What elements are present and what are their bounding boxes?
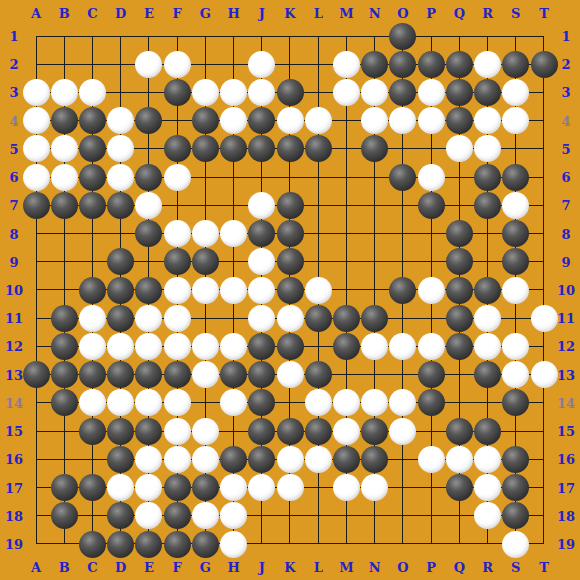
stone-white[interactable]: [220, 107, 247, 134]
stone-white[interactable]: [333, 51, 360, 78]
column-label: P: [426, 6, 436, 21]
column-label: F: [172, 6, 181, 21]
stone-black[interactable]: [446, 474, 473, 501]
row-label: 4: [561, 113, 570, 128]
row-label: 15: [557, 424, 575, 439]
stone-black[interactable]: [361, 51, 388, 78]
stones-grid[interactable]: [22, 22, 558, 558]
column-label: R: [482, 6, 493, 21]
stone-black[interactable]: [248, 446, 275, 473]
row-label: 17: [5, 480, 23, 495]
stone-black[interactable]: [361, 446, 388, 473]
stone-black[interactable]: [220, 135, 247, 162]
row-label: 12: [557, 339, 575, 354]
stone-white[interactable]: [361, 389, 388, 416]
stone-white[interactable]: [164, 277, 191, 304]
column-label: M: [339, 6, 353, 21]
stone-white[interactable]: [474, 333, 501, 360]
stone-black[interactable]: [135, 531, 162, 558]
stone-black[interactable]: [79, 361, 106, 388]
stone-black[interactable]: [51, 474, 78, 501]
stone-black[interactable]: [79, 418, 106, 445]
stone-white[interactable]: [502, 361, 529, 388]
stone-black[interactable]: [164, 135, 191, 162]
stone-black[interactable]: [277, 418, 304, 445]
column-label: G: [200, 6, 211, 21]
column-label: E: [144, 560, 154, 575]
stone-white[interactable]: [305, 107, 332, 134]
stone-white[interactable]: [23, 135, 50, 162]
stone-black[interactable]: [248, 333, 275, 360]
stone-white[interactable]: [164, 389, 191, 416]
row-label: 8: [9, 226, 18, 241]
stone-white[interactable]: [79, 333, 106, 360]
stone-white[interactable]: [277, 361, 304, 388]
stone-black[interactable]: [107, 502, 134, 529]
row-label: 3: [9, 85, 18, 100]
stone-black[interactable]: [51, 361, 78, 388]
column-label: F: [172, 560, 181, 575]
stone-white[interactable]: [361, 474, 388, 501]
stone-black[interactable]: [502, 248, 529, 275]
stone-black[interactable]: [192, 107, 219, 134]
stone-black[interactable]: [220, 361, 247, 388]
stone-black[interactable]: [305, 135, 332, 162]
stone-black[interactable]: [305, 361, 332, 388]
stone-black[interactable]: [446, 79, 473, 106]
stone-white[interactable]: [164, 305, 191, 332]
stone-black[interactable]: [51, 333, 78, 360]
row-label: 8: [561, 226, 570, 241]
stone-white[interactable]: [333, 79, 360, 106]
stone-black[interactable]: [305, 418, 332, 445]
column-label: O: [397, 560, 408, 575]
stone-white[interactable]: [333, 474, 360, 501]
stone-black[interactable]: [192, 474, 219, 501]
stone-black[interactable]: [474, 361, 501, 388]
stone-white[interactable]: [220, 333, 247, 360]
stone-white[interactable]: [164, 333, 191, 360]
stone-white[interactable]: [220, 220, 247, 247]
column-label: C: [87, 560, 97, 575]
column-label: Q: [454, 560, 465, 575]
stone-white[interactable]: [135, 333, 162, 360]
column-label: G: [200, 560, 211, 575]
stone-black[interactable]: [135, 220, 162, 247]
column-label: Q: [454, 6, 465, 21]
row-label: 5: [561, 141, 570, 156]
stone-black[interactable]: [277, 220, 304, 247]
stone-white[interactable]: [135, 502, 162, 529]
row-label: 6: [9, 170, 18, 185]
row-label: 7: [561, 198, 570, 213]
stone-white[interactable]: [135, 389, 162, 416]
stone-black[interactable]: [418, 192, 445, 219]
stone-white[interactable]: [135, 474, 162, 501]
column-label: K: [284, 560, 295, 575]
stone-white[interactable]: [502, 79, 529, 106]
stone-black[interactable]: [333, 333, 360, 360]
row-label: 2: [561, 57, 570, 72]
stone-white[interactable]: [192, 220, 219, 247]
stone-black[interactable]: [277, 192, 304, 219]
stone-white[interactable]: [305, 446, 332, 473]
stone-white[interactable]: [305, 277, 332, 304]
row-label: 16: [5, 452, 23, 467]
stone-black[interactable]: [51, 107, 78, 134]
stone-white[interactable]: [418, 333, 445, 360]
column-label: A: [31, 560, 41, 575]
stone-black[interactable]: [502, 446, 529, 473]
stone-white[interactable]: [220, 277, 247, 304]
column-label: D: [115, 560, 126, 575]
row-label: 14: [5, 395, 23, 410]
stone-black[interactable]: [23, 361, 50, 388]
stone-black[interactable]: [474, 164, 501, 191]
row-label: 17: [557, 480, 575, 495]
stone-white[interactable]: [23, 79, 50, 106]
stone-black[interactable]: [248, 135, 275, 162]
stone-white[interactable]: [531, 305, 558, 332]
stone-white[interactable]: [361, 79, 388, 106]
stone-black[interactable]: [446, 107, 473, 134]
column-label: A: [31, 6, 41, 21]
row-label: 1: [9, 29, 18, 44]
column-label: O: [397, 6, 408, 21]
stone-black[interactable]: [474, 418, 501, 445]
stone-black[interactable]: [192, 135, 219, 162]
stone-white[interactable]: [107, 135, 134, 162]
stone-white[interactable]: [277, 474, 304, 501]
stone-black[interactable]: [531, 51, 558, 78]
stone-black[interactable]: [474, 277, 501, 304]
stone-black[interactable]: [446, 333, 473, 360]
stone-white[interactable]: [418, 79, 445, 106]
column-label: S: [511, 6, 520, 21]
stone-black[interactable]: [446, 305, 473, 332]
stone-white[interactable]: [220, 389, 247, 416]
row-label: 9: [561, 254, 570, 269]
stone-black[interactable]: [502, 474, 529, 501]
stone-white[interactable]: [474, 502, 501, 529]
stone-black[interactable]: [51, 389, 78, 416]
row-label: 2: [9, 57, 18, 72]
column-label: H: [227, 6, 239, 21]
stone-black[interactable]: [389, 277, 416, 304]
stone-black[interactable]: [164, 502, 191, 529]
stone-black[interactable]: [361, 135, 388, 162]
stone-black[interactable]: [107, 531, 134, 558]
stone-black[interactable]: [474, 192, 501, 219]
row-label: 13: [557, 367, 575, 382]
stone-white[interactable]: [474, 446, 501, 473]
stone-black[interactable]: [248, 418, 275, 445]
stone-black[interactable]: [79, 474, 106, 501]
stone-black[interactable]: [192, 531, 219, 558]
stone-black[interactable]: [418, 361, 445, 388]
stone-white[interactable]: [502, 277, 529, 304]
stone-white[interactable]: [502, 531, 529, 558]
stone-black[interactable]: [79, 107, 106, 134]
stone-black[interactable]: [135, 107, 162, 134]
column-label: T: [539, 560, 549, 575]
stone-black[interactable]: [164, 361, 191, 388]
stone-white[interactable]: [135, 51, 162, 78]
stone-white[interactable]: [23, 164, 50, 191]
stone-black[interactable]: [79, 277, 106, 304]
stone-black[interactable]: [389, 164, 416, 191]
column-label: K: [284, 6, 295, 21]
stone-white[interactable]: [164, 164, 191, 191]
column-label: S: [511, 560, 520, 575]
stone-black[interactable]: [277, 333, 304, 360]
stone-white[interactable]: [220, 474, 247, 501]
stone-black[interactable]: [107, 446, 134, 473]
stone-black[interactable]: [164, 474, 191, 501]
stone-black[interactable]: [51, 192, 78, 219]
stone-black[interactable]: [389, 23, 416, 50]
row-label: 12: [5, 339, 23, 354]
row-label: 18: [5, 508, 23, 523]
stone-white[interactable]: [474, 51, 501, 78]
stone-white[interactable]: [277, 107, 304, 134]
stone-white[interactable]: [51, 164, 78, 191]
stone-black[interactable]: [502, 389, 529, 416]
stone-white[interactable]: [389, 333, 416, 360]
stone-white[interactable]: [305, 389, 332, 416]
stone-white[interactable]: [446, 135, 473, 162]
stone-black[interactable]: [502, 502, 529, 529]
stone-white[interactable]: [192, 418, 219, 445]
stone-black[interactable]: [79, 135, 106, 162]
stone-white[interactable]: [107, 164, 134, 191]
stone-black[interactable]: [502, 164, 529, 191]
stone-white[interactable]: [389, 418, 416, 445]
stone-white[interactable]: [192, 79, 219, 106]
stone-black[interactable]: [361, 305, 388, 332]
column-label: B: [59, 560, 70, 575]
stone-white[interactable]: [79, 79, 106, 106]
row-label: 16: [557, 452, 575, 467]
row-label: 5: [9, 141, 18, 156]
stone-white[interactable]: [192, 277, 219, 304]
row-label: 13: [5, 367, 23, 382]
column-label: N: [369, 6, 381, 21]
stone-black[interactable]: [502, 51, 529, 78]
stone-black[interactable]: [333, 305, 360, 332]
column-label: P: [426, 560, 436, 575]
stone-white[interactable]: [248, 277, 275, 304]
stone-black[interactable]: [135, 418, 162, 445]
stone-black[interactable]: [305, 305, 332, 332]
stone-black[interactable]: [51, 305, 78, 332]
stone-white[interactable]: [192, 446, 219, 473]
stone-black[interactable]: [446, 51, 473, 78]
row-label: 7: [9, 198, 18, 213]
stone-black[interactable]: [23, 192, 50, 219]
stone-white[interactable]: [107, 474, 134, 501]
stone-black[interactable]: [277, 277, 304, 304]
row-label: 1: [561, 29, 570, 44]
stone-black[interactable]: [446, 418, 473, 445]
row-label: 18: [557, 508, 575, 523]
stone-black[interactable]: [220, 446, 247, 473]
stone-white[interactable]: [51, 79, 78, 106]
stone-black[interactable]: [418, 389, 445, 416]
stone-black[interactable]: [418, 51, 445, 78]
column-label: E: [144, 6, 154, 21]
stone-white[interactable]: [502, 192, 529, 219]
stone-white[interactable]: [107, 107, 134, 134]
stone-white[interactable]: [502, 107, 529, 134]
stone-white[interactable]: [192, 333, 219, 360]
stone-white[interactable]: [164, 446, 191, 473]
stone-black[interactable]: [107, 361, 134, 388]
stone-white[interactable]: [220, 531, 247, 558]
stone-black[interactable]: [446, 220, 473, 247]
stone-white[interactable]: [248, 305, 275, 332]
stone-black[interactable]: [333, 446, 360, 473]
stone-black[interactable]: [248, 361, 275, 388]
column-label: D: [115, 6, 126, 21]
stone-white[interactable]: [192, 361, 219, 388]
column-label: H: [227, 560, 239, 575]
stone-black[interactable]: [192, 248, 219, 275]
stone-white[interactable]: [474, 305, 501, 332]
stone-black[interactable]: [79, 192, 106, 219]
stone-white[interactable]: [135, 305, 162, 332]
stone-black[interactable]: [446, 277, 473, 304]
stone-black[interactable]: [107, 277, 134, 304]
stone-white[interactable]: [418, 164, 445, 191]
row-label: 10: [5, 282, 23, 297]
column-label: J: [259, 6, 265, 21]
stone-white[interactable]: [502, 333, 529, 360]
stone-black[interactable]: [135, 277, 162, 304]
stone-black[interactable]: [79, 531, 106, 558]
stone-white[interactable]: [361, 107, 388, 134]
stone-white[interactable]: [164, 220, 191, 247]
stone-white[interactable]: [277, 305, 304, 332]
column-label: L: [314, 560, 323, 575]
stone-black[interactable]: [164, 248, 191, 275]
stone-black[interactable]: [107, 418, 134, 445]
stone-white[interactable]: [474, 135, 501, 162]
stone-black[interactable]: [248, 107, 275, 134]
row-label: 11: [557, 311, 575, 326]
stone-white[interactable]: [79, 305, 106, 332]
stone-black[interactable]: [51, 502, 78, 529]
stone-white[interactable]: [164, 51, 191, 78]
stone-white[interactable]: [446, 446, 473, 473]
column-label: N: [369, 560, 381, 575]
stone-white[interactable]: [220, 79, 247, 106]
stone-white[interactable]: [23, 107, 50, 134]
stone-white[interactable]: [277, 446, 304, 473]
stone-white[interactable]: [333, 389, 360, 416]
stone-white[interactable]: [418, 107, 445, 134]
stone-white[interactable]: [418, 277, 445, 304]
column-label: C: [87, 6, 97, 21]
row-label: 10: [557, 282, 575, 297]
row-label: 4: [9, 113, 18, 128]
stone-white[interactable]: [389, 107, 416, 134]
stone-black[interactable]: [135, 164, 162, 191]
stone-black[interactable]: [361, 418, 388, 445]
stone-white[interactable]: [51, 135, 78, 162]
stone-black[interactable]: [474, 79, 501, 106]
stone-white[interactable]: [418, 446, 445, 473]
stone-black[interactable]: [277, 248, 304, 275]
column-label: J: [259, 560, 265, 575]
stone-black[interactable]: [389, 79, 416, 106]
stone-white[interactable]: [107, 333, 134, 360]
stone-black[interactable]: [79, 164, 106, 191]
stone-white[interactable]: [164, 418, 191, 445]
stone-white[interactable]: [135, 192, 162, 219]
column-label: L: [314, 6, 323, 21]
row-label: 11: [5, 311, 23, 326]
stone-black[interactable]: [107, 305, 134, 332]
row-label: 3: [561, 85, 570, 100]
stone-black[interactable]: [107, 248, 134, 275]
stone-black[interactable]: [248, 389, 275, 416]
stone-black[interactable]: [248, 220, 275, 247]
go-board[interactable]: ABCDEFGHJKLMNOPQRST ABCDEFGHJKLMNOPQRST …: [0, 0, 580, 580]
column-label: B: [59, 6, 70, 21]
stone-black[interactable]: [135, 361, 162, 388]
stone-black[interactable]: [389, 51, 416, 78]
column-label: M: [339, 560, 353, 575]
stone-white[interactable]: [474, 107, 501, 134]
stone-white[interactable]: [248, 192, 275, 219]
stone-white[interactable]: [192, 502, 219, 529]
column-label: R: [482, 560, 493, 575]
stone-black[interactable]: [164, 531, 191, 558]
stone-black[interactable]: [446, 248, 473, 275]
row-label: 19: [5, 536, 23, 551]
stone-white[interactable]: [333, 418, 360, 445]
stone-white[interactable]: [248, 474, 275, 501]
row-label: 9: [9, 254, 18, 269]
stone-white[interactable]: [248, 79, 275, 106]
stone-black[interactable]: [164, 79, 191, 106]
stone-white[interactable]: [474, 474, 501, 501]
stone-black[interactable]: [277, 135, 304, 162]
stone-black[interactable]: [277, 79, 304, 106]
stone-black[interactable]: [502, 220, 529, 247]
row-label: 19: [557, 536, 575, 551]
stone-white[interactable]: [531, 361, 558, 388]
column-label: T: [539, 6, 549, 21]
stone-white[interactable]: [389, 389, 416, 416]
row-label: 15: [5, 424, 23, 439]
stone-white[interactable]: [361, 333, 388, 360]
stone-white[interactable]: [107, 389, 134, 416]
stone-white[interactable]: [248, 248, 275, 275]
row-label: 14: [557, 395, 575, 410]
stone-black[interactable]: [107, 192, 134, 219]
stone-white[interactable]: [220, 502, 247, 529]
row-label: 6: [561, 170, 570, 185]
stone-white[interactable]: [135, 446, 162, 473]
stone-white[interactable]: [248, 51, 275, 78]
stone-white[interactable]: [79, 389, 106, 416]
